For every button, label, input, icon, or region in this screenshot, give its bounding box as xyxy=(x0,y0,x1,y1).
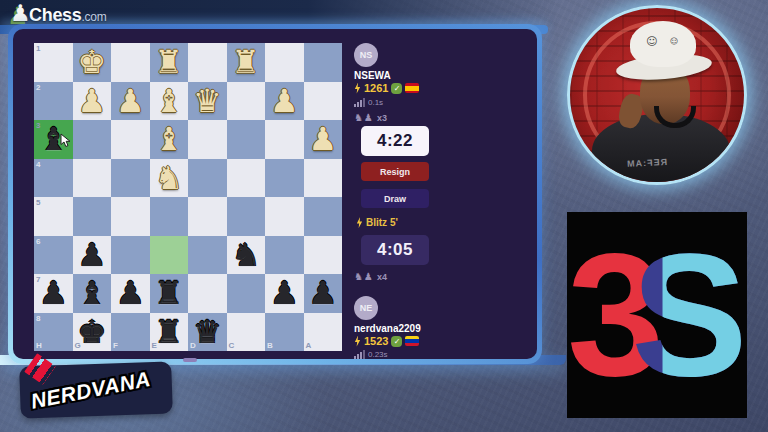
bottom-player-name[interactable]: nerdvana2209 xyxy=(354,323,421,334)
square-d3[interactable] xyxy=(188,120,227,159)
square-b2[interactable]: ♟ xyxy=(265,82,304,121)
square-a3[interactable]: ♟ xyxy=(304,120,343,159)
rank-label-7: 7 xyxy=(36,275,40,284)
bottom-player-captured-count: x4 xyxy=(377,272,387,282)
white-piece-g2: ♟ xyxy=(73,82,112,121)
file-label-a: A xyxy=(306,341,312,350)
square-f7[interactable]: ♟ xyxy=(111,274,150,313)
time-control-row: Blitz 5' xyxy=(356,217,398,228)
white-piece-d2: ♛ xyxy=(188,82,227,121)
square-h4[interactable]: 4 xyxy=(34,159,73,198)
square-e4[interactable]: ♞ xyxy=(150,159,189,198)
white-piece-e3: ♝ xyxy=(150,120,189,159)
file-label-d: D xyxy=(190,341,196,350)
bottom-player-latency-row: 0.23s xyxy=(354,350,388,359)
square-f8[interactable]: F xyxy=(111,313,150,352)
verified-check-icon: ✓ xyxy=(391,83,402,94)
lightning-icon xyxy=(354,336,361,347)
draw-button[interactable]: Draw xyxy=(361,189,429,208)
square-d5[interactable] xyxy=(188,197,227,236)
streamer-hoodie: REF:AM xyxy=(592,114,730,185)
black-piece-g8: ♚ xyxy=(73,313,112,352)
file-label-h: H xyxy=(36,341,42,350)
square-h8[interactable]: 8H xyxy=(34,313,73,352)
black-piece-c6: ♞ xyxy=(227,236,266,275)
white-piece-c1: ♜ xyxy=(227,43,266,82)
square-d6[interactable] xyxy=(188,236,227,275)
lightning-icon xyxy=(354,83,361,94)
white-piece-f2: ♟ xyxy=(111,82,150,121)
square-f1[interactable] xyxy=(111,43,150,82)
square-a2[interactable] xyxy=(304,82,343,121)
square-a8[interactable]: A xyxy=(304,313,343,352)
square-f5[interactable] xyxy=(111,197,150,236)
square-b7[interactable]: ♟ xyxy=(265,274,304,313)
avatar-bottom-player[interactable]: NE xyxy=(354,296,378,320)
square-f4[interactable] xyxy=(111,159,150,198)
bottom-player-rating: 1523 xyxy=(364,335,388,347)
captured-pieces-icons: ♞♟ xyxy=(354,112,374,123)
square-b1[interactable] xyxy=(265,43,304,82)
square-b8[interactable]: B xyxy=(265,313,304,352)
chess-app-window-inner: 1♚♜♜2♟♟♝♛♟♝3♝♟4♞56♟♞♟7♝♟♜♟♟8H♚GF♜E♛DCBA … xyxy=(13,29,537,359)
top-player-latency: 0.1s xyxy=(368,98,383,107)
square-c7[interactable] xyxy=(227,274,266,313)
square-f2[interactable]: ♟ xyxy=(111,82,150,121)
square-b6[interactable] xyxy=(265,236,304,275)
bucket-hat-crown: ☺ ☺ xyxy=(630,21,696,67)
file-label-b: B xyxy=(267,341,273,350)
white-piece-e4: ♞ xyxy=(150,159,189,198)
square-c8[interactable]: C xyxy=(227,313,266,352)
black-piece-e7: ♜ xyxy=(150,274,189,313)
black-piece-e8: ♜ xyxy=(150,313,189,352)
top-player-name[interactable]: NSEWA xyxy=(354,70,391,81)
square-h6[interactable]: 6 xyxy=(34,236,73,275)
black-piece-g6: ♟ xyxy=(73,236,112,275)
black-piece-h7: ♟ xyxy=(34,274,73,313)
smiley-icon: ☺ xyxy=(670,37,678,46)
chesscom-logo-text: Chess.com xyxy=(29,5,106,26)
resign-button[interactable]: Resign xyxy=(361,162,429,181)
signal-bars-icon xyxy=(354,350,365,359)
top-player-clock: 4:22 xyxy=(361,126,429,156)
square-d2[interactable]: ♛ xyxy=(188,82,227,121)
spain-flag-icon xyxy=(405,83,419,93)
square-a6[interactable] xyxy=(304,236,343,275)
rank-label-4: 4 xyxy=(36,160,40,169)
square-h1[interactable]: 1 xyxy=(34,43,73,82)
square-d1[interactable] xyxy=(188,43,227,82)
square-h7[interactable]: ♟7 xyxy=(34,274,73,313)
smiley-icon: ☺ xyxy=(646,35,657,48)
square-a7[interactable]: ♟ xyxy=(304,274,343,313)
captured-pieces-icons: ♞♟ xyxy=(354,271,374,282)
bottom-player-latency: 0.23s xyxy=(368,350,388,359)
white-piece-e1: ♜ xyxy=(150,43,189,82)
black-piece-g7: ♝ xyxy=(73,274,112,313)
square-h5[interactable]: 5 xyxy=(34,197,73,236)
chess-board: 1♚♜♜2♟♟♝♛♟♝3♝♟4♞56♟♞♟7♝♟♜♟♟8H♚GF♜E♛DCBA xyxy=(34,43,342,351)
file-label-g: G xyxy=(75,341,81,350)
venezuela-flag-icon xyxy=(405,336,419,346)
black-piece-b7: ♟ xyxy=(265,274,304,313)
file-label-c: C xyxy=(229,341,235,350)
square-g6[interactable]: ♟ xyxy=(73,236,112,275)
square-f6[interactable] xyxy=(111,236,150,275)
square-e7[interactable]: ♜ xyxy=(150,274,189,313)
square-b4[interactable] xyxy=(265,159,304,198)
square-g8[interactable]: ♚G xyxy=(73,313,112,352)
white-piece-b2: ♟ xyxy=(265,82,304,121)
square-c2[interactable] xyxy=(227,82,266,121)
square-a4[interactable] xyxy=(304,159,343,198)
top-player-rating-row: 1261 ✓ xyxy=(354,82,419,94)
board-drag-handle[interactable] xyxy=(183,358,197,362)
verified-check-icon: ✓ xyxy=(391,336,402,347)
square-d8[interactable]: ♛D xyxy=(188,313,227,352)
bottom-player-captured-row: ♞♟ x4 xyxy=(354,271,387,282)
rank-label-6: 6 xyxy=(36,237,40,246)
top-player-latency-row: 0.1s xyxy=(354,98,383,107)
black-piece-h3: ♝ xyxy=(34,120,73,159)
square-a1[interactable] xyxy=(304,43,343,82)
black-piece-f7: ♟ xyxy=(111,274,150,313)
black-piece-d8: ♛ xyxy=(188,313,227,352)
square-c5[interactable] xyxy=(227,197,266,236)
square-d4[interactable] xyxy=(188,159,227,198)
chess-app-window: 1♚♜♜2♟♟♝♛♟♝3♝♟4♞56♟♞♟7♝♟♜♟♟8H♚GF♜E♛DCBA … xyxy=(8,24,542,364)
white-piece-g1: ♚ xyxy=(73,43,112,82)
square-h2[interactable]: 2 xyxy=(34,82,73,121)
square-b3[interactable] xyxy=(265,120,304,159)
black-piece-a7: ♟ xyxy=(304,274,343,313)
rank-label-2: 2 xyxy=(36,83,40,92)
signal-bars-icon xyxy=(354,98,365,107)
bottom-player-clock: 4:05 xyxy=(361,235,429,265)
square-d7[interactable] xyxy=(188,274,227,313)
square-e8[interactable]: ♜E xyxy=(150,313,189,352)
sponsor-3s-logo: 3 S S xyxy=(567,212,747,418)
square-f3[interactable] xyxy=(111,120,150,159)
time-control-label: Blitz 5' xyxy=(366,217,398,228)
square-g5[interactable] xyxy=(73,197,112,236)
rank-label-8: 8 xyxy=(36,314,40,323)
hoodie-text: REF:AM xyxy=(626,157,667,169)
square-e6[interactable] xyxy=(150,236,189,275)
square-a5[interactable] xyxy=(304,197,343,236)
square-g7[interactable]: ♝ xyxy=(73,274,112,313)
file-label-e: E xyxy=(152,341,157,350)
square-g3[interactable] xyxy=(73,120,112,159)
square-e5[interactable] xyxy=(150,197,189,236)
rank-label-5: 5 xyxy=(36,198,40,207)
square-g4[interactable] xyxy=(73,159,112,198)
square-g2[interactable]: ♟ xyxy=(73,82,112,121)
streamer-webcam: REF:AM ☺ ☺ xyxy=(567,5,747,185)
file-label-f: F xyxy=(113,341,118,350)
top-player-captured-row: ♞♟ x3 xyxy=(354,112,387,123)
white-piece-a3: ♟ xyxy=(304,120,343,159)
square-e1[interactable]: ♜ xyxy=(150,43,189,82)
square-b5[interactable] xyxy=(265,197,304,236)
rank-label-1: 1 xyxy=(36,44,40,53)
square-c6[interactable]: ♞ xyxy=(227,236,266,275)
square-c1[interactable]: ♜ xyxy=(227,43,266,82)
top-player-rating: 1261 xyxy=(364,82,388,94)
blitz-lightning-icon xyxy=(356,217,363,228)
white-piece-e2: ♝ xyxy=(150,82,189,121)
square-c3[interactable] xyxy=(227,120,266,159)
stream-canvas: ♟♟ Chess.com 1♚♜♜2♟♟♝♛♟♝3♝♟4♞56♟♞♟7♝♟♜♟♟… xyxy=(0,0,768,432)
square-e2[interactable]: ♝ xyxy=(150,82,189,121)
square-e3[interactable]: ♝ xyxy=(150,120,189,159)
chesscom-logo-suffix: .com xyxy=(82,10,107,24)
square-h3[interactable]: ♝3 xyxy=(34,120,73,159)
bottom-player-rating-row: 1523 ✓ xyxy=(354,335,419,347)
avatar-top-player[interactable]: NS xyxy=(354,43,378,67)
square-c4[interactable] xyxy=(227,159,266,198)
square-g1[interactable]: ♚ xyxy=(73,43,112,82)
top-player-captured-count: x3 xyxy=(377,113,387,123)
mouse-cursor-icon xyxy=(60,133,72,152)
rank-label-3: 3 xyxy=(36,121,40,130)
